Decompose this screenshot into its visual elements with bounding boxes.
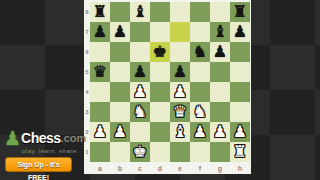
square-b1[interactable] (110, 142, 130, 162)
square-b6[interactable] (110, 42, 130, 62)
file-label-a: a (90, 162, 110, 174)
square-g1[interactable] (210, 142, 230, 162)
piece-black-pawn-c5[interactable]: ♟ (130, 62, 150, 82)
piece-white-pawn-e4[interactable]: ♟ (170, 82, 190, 102)
square-h1[interactable]: ♜ (230, 142, 250, 162)
square-g8[interactable] (210, 2, 230, 22)
square-h4[interactable] (230, 82, 250, 102)
square-a8[interactable]: ♜ (90, 2, 110, 22)
piece-black-queen-a5[interactable]: ♛ (90, 62, 110, 82)
square-a2[interactable]: ♟ (90, 122, 110, 142)
square-g5[interactable] (210, 62, 230, 82)
file-label-e: e (170, 162, 190, 174)
square-b8[interactable] (110, 2, 130, 22)
square-c1[interactable]: ♚ (130, 142, 150, 162)
square-d7[interactable] (150, 22, 170, 42)
piece-white-bishop-e2[interactable]: ♝ (170, 122, 190, 142)
square-b7[interactable]: ♟ (110, 22, 130, 42)
square-c2[interactable] (130, 122, 150, 142)
square-g2[interactable]: ♟ (210, 122, 230, 142)
square-a3[interactable] (90, 102, 110, 122)
square-e3[interactable]: ♛ (170, 102, 190, 122)
square-b5[interactable] (110, 62, 130, 82)
square-c8[interactable]: ♝ (130, 2, 150, 22)
square-e4[interactable]: ♟ (170, 82, 190, 102)
piece-white-pawn-g2[interactable]: ♟ (210, 122, 230, 142)
square-e6[interactable] (170, 42, 190, 62)
square-f7[interactable] (190, 22, 210, 42)
piece-white-pawn-h2[interactable]: ♟ (230, 122, 250, 142)
square-g3[interactable] (210, 102, 230, 122)
square-h8[interactable]: ♜ (230, 2, 250, 22)
piece-black-rook-h8[interactable]: ♜ (230, 2, 250, 22)
square-h5[interactable] (230, 62, 250, 82)
piece-white-pawn-f2[interactable]: ♟ (190, 122, 210, 142)
file-label-h: h (230, 162, 250, 174)
piece-black-rook-a8[interactable]: ♜ (90, 2, 110, 22)
square-f5[interactable] (190, 62, 210, 82)
file-label-f: f (190, 162, 210, 174)
piece-black-king-d6[interactable]: ♚ (150, 42, 170, 62)
square-d6[interactable]: ♚ (150, 42, 170, 62)
piece-black-pawn-e5[interactable]: ♟ (170, 62, 190, 82)
piece-white-queen-e3[interactable]: ♛ (170, 102, 190, 122)
square-a4[interactable] (90, 82, 110, 102)
square-h2[interactable]: ♟ (230, 122, 250, 142)
piece-black-pawn-h7[interactable]: ♟ (230, 22, 250, 42)
square-c4[interactable]: ♟ (130, 82, 150, 102)
square-f1[interactable] (190, 142, 210, 162)
piece-white-knight-f3[interactable]: ♞ (190, 102, 210, 122)
chessboard[interactable]: ♜♝♜♟♟♝♟♚♞♟♛♟♟♟♟♞♛♞♟♟♝♟♟♟♚♜ (90, 2, 250, 162)
file-label-c: c (130, 162, 150, 174)
piece-white-pawn-c4[interactable]: ♟ (130, 82, 150, 102)
square-g7[interactable]: ♝ (210, 22, 230, 42)
piece-white-pawn-b2[interactable]: ♟ (110, 122, 130, 142)
piece-black-bishop-g7[interactable]: ♝ (210, 22, 230, 42)
square-h6[interactable] (230, 42, 250, 62)
square-c5[interactable]: ♟ (130, 62, 150, 82)
square-f8[interactable] (190, 2, 210, 22)
video-frame: 87654321 ♜♝♜♟♟♝♟♚♞♟♛♟♟♟♟♞♛♞♟♟♝♟♟♟♚♜ abcd… (0, 0, 320, 180)
square-d5[interactable] (150, 62, 170, 82)
piece-black-pawn-g6[interactable]: ♟ (210, 42, 230, 62)
square-h7[interactable]: ♟ (230, 22, 250, 42)
file-label-g: g (210, 162, 230, 174)
square-f2[interactable]: ♟ (190, 122, 210, 142)
chessboard-frame: 87654321 ♜♝♜♟♟♝♟♚♞♟♛♟♟♟♟♞♛♞♟♟♝♟♟♟♚♜ abcd… (84, 0, 251, 174)
square-d8[interactable] (150, 2, 170, 22)
square-d2[interactable] (150, 122, 170, 142)
square-b4[interactable] (110, 82, 130, 102)
logo-text-chess: Chess (21, 126, 61, 150)
square-g6[interactable]: ♟ (210, 42, 230, 62)
square-f4[interactable] (190, 82, 210, 102)
square-e8[interactable] (170, 2, 190, 22)
chesscom-logo: ♟Chess.com (4, 126, 86, 150)
piece-black-pawn-b7[interactable]: ♟ (110, 22, 130, 42)
square-e1[interactable] (170, 142, 190, 162)
square-a5[interactable]: ♛ (90, 62, 110, 82)
square-a6[interactable] (90, 42, 110, 62)
square-a1[interactable] (90, 142, 110, 162)
piece-white-king-c1[interactable]: ♚ (130, 142, 150, 162)
square-a7[interactable]: ♟ (90, 22, 110, 42)
piece-white-rook-h1[interactable]: ♜ (230, 142, 250, 162)
square-h3[interactable] (230, 102, 250, 122)
piece-black-pawn-a7[interactable]: ♟ (90, 22, 110, 42)
square-e7[interactable] (170, 22, 190, 42)
file-label-b: b (110, 162, 130, 174)
signup-button[interactable]: Sign Up - it's FREE! (5, 157, 72, 172)
file-labels: abcdefgh (90, 162, 250, 174)
square-d4[interactable] (150, 82, 170, 102)
piece-white-pawn-a2[interactable]: ♟ (90, 122, 110, 142)
square-c7[interactable] (130, 22, 150, 42)
square-b2[interactable]: ♟ (110, 122, 130, 142)
square-g4[interactable] (210, 82, 230, 102)
square-c6[interactable] (130, 42, 150, 62)
square-f3[interactable]: ♞ (190, 102, 210, 122)
piece-black-knight-f6[interactable]: ♞ (190, 42, 210, 62)
square-d3[interactable] (150, 102, 170, 122)
piece-white-knight-c3[interactable]: ♞ (130, 102, 150, 122)
pawn-logo-icon: ♟ (4, 126, 21, 150)
file-label-d: d (150, 162, 170, 174)
square-e5[interactable]: ♟ (170, 62, 190, 82)
square-c3[interactable]: ♞ (130, 102, 150, 122)
square-d1[interactable] (150, 142, 170, 162)
logo-tagline: play. learn. share. (22, 148, 79, 154)
square-f6[interactable]: ♞ (190, 42, 210, 62)
square-e2[interactable]: ♝ (170, 122, 190, 142)
piece-black-bishop-c8[interactable]: ♝ (130, 2, 150, 22)
square-b3[interactable] (110, 102, 130, 122)
